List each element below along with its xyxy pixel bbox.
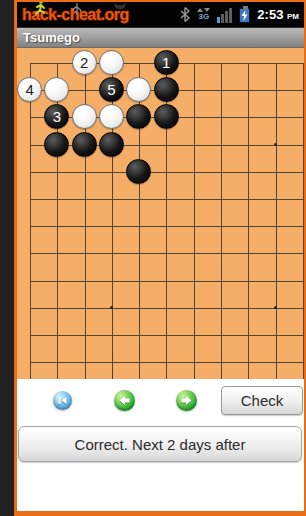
control-panel: Check Correct. Next 2 days after bbox=[17, 379, 304, 511]
stone-white bbox=[72, 104, 97, 129]
skip-to-start-button[interactable] bbox=[53, 391, 72, 410]
signal-strength-icon bbox=[217, 7, 232, 23]
clock: 2:53 PM bbox=[257, 7, 299, 22]
stone-black bbox=[44, 132, 69, 157]
star-point bbox=[274, 306, 277, 309]
stone-white-move-4: 4 bbox=[17, 77, 42, 102]
stone-white bbox=[99, 50, 124, 75]
check-button[interactable]: Check bbox=[221, 386, 303, 415]
stone-white bbox=[126, 77, 151, 102]
stone-white bbox=[99, 104, 124, 129]
previous-move-button[interactable] bbox=[114, 390, 135, 411]
board-grid[interactable]: 21453 bbox=[17, 49, 304, 375]
network-type-label: 3G bbox=[199, 13, 210, 21]
time-text: 2:53 bbox=[257, 7, 283, 22]
app-title: Tsumego bbox=[23, 30, 80, 45]
stone-black bbox=[99, 132, 124, 157]
status-bar: hack-cheat.org 3G bbox=[17, 2, 304, 28]
stone-black bbox=[72, 132, 97, 157]
meridiem-text: PM bbox=[287, 12, 299, 21]
stone-black bbox=[126, 159, 151, 184]
bluetooth-icon bbox=[180, 7, 190, 22]
title-bar: Tsumego bbox=[17, 28, 304, 48]
cat-icon bbox=[113, 3, 127, 15]
app-window: hack-cheat.org 3G bbox=[14, 0, 306, 516]
star-point bbox=[110, 306, 113, 309]
stone-white-move-2: 2 bbox=[72, 50, 97, 75]
stone-black bbox=[126, 104, 151, 129]
usb-icon bbox=[72, 2, 82, 16]
stone-black bbox=[154, 77, 179, 102]
arrow-right-icon bbox=[180, 394, 193, 407]
arrow-left-icon bbox=[118, 394, 131, 407]
runner-icon bbox=[33, 0, 48, 17]
go-board[interactable]: 21453 bbox=[17, 48, 304, 379]
skip-to-start-icon bbox=[57, 395, 68, 406]
stone-black-move-5: 5 bbox=[99, 77, 124, 102]
stone-black bbox=[154, 104, 179, 129]
stone-black-move-1: 1 bbox=[154, 50, 179, 75]
next-move-button[interactable] bbox=[176, 390, 197, 411]
star-point bbox=[274, 143, 277, 146]
stone-white bbox=[44, 77, 69, 102]
network-3g-icon: 3G bbox=[197, 8, 210, 21]
stone-black-move-3: 3 bbox=[44, 104, 69, 129]
battery-charging-icon bbox=[239, 8, 250, 23]
result-status-button[interactable]: Correct. Next 2 days after bbox=[18, 426, 302, 462]
